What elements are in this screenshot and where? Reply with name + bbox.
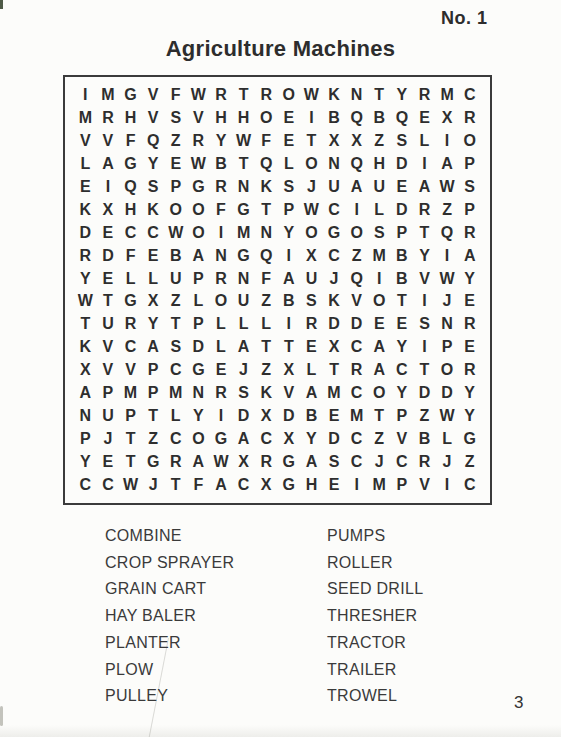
grid-cell: Q — [391, 107, 414, 130]
grid-cell: M — [368, 244, 391, 267]
grid-cell: Q — [255, 244, 278, 267]
grid-cell: T — [164, 313, 187, 336]
grid-cell: G — [277, 473, 300, 496]
grid-cell: W — [436, 176, 459, 199]
letter-grid: IMGVFWRTROWKNTYRMCMRHVSVHHOEIBQBQEXRVVFQ… — [63, 75, 492, 505]
grid-cell: P — [458, 153, 481, 176]
grid-cell: G — [458, 427, 481, 450]
grid-cell: A — [413, 176, 436, 199]
grid-cell: Q — [345, 267, 368, 290]
grid-cell: L — [210, 313, 233, 336]
word-list-item: PLANTER — [105, 630, 234, 657]
grid-cell: K — [142, 198, 165, 221]
grid-cell: J — [232, 359, 255, 382]
grid-cell: G — [323, 221, 346, 244]
word-list-item: TROWEL — [327, 683, 423, 710]
grid-cell: H — [119, 198, 142, 221]
grid-cell: L — [164, 404, 187, 427]
grid-cell: S — [413, 313, 436, 336]
grid-cell: R — [300, 313, 323, 336]
grid-cell: C — [255, 427, 278, 450]
grid-cell: T — [391, 290, 414, 313]
grid-cell: O — [300, 221, 323, 244]
grid-cell: B — [391, 267, 414, 290]
grid-cell: G — [187, 176, 210, 199]
grid-cell: U — [97, 404, 120, 427]
grid-cell: D — [323, 313, 346, 336]
grid-cell: M — [97, 84, 120, 107]
grid-cell: A — [187, 244, 210, 267]
grid-cell: O — [368, 290, 391, 313]
grid-cell: I — [413, 290, 436, 313]
grid-cell: R — [164, 450, 187, 473]
grid-cell: Y — [74, 267, 97, 290]
grid-cell: Z — [458, 450, 481, 473]
grid-cell: T — [232, 84, 255, 107]
grid-cell: E — [74, 176, 97, 199]
grid-cell: F — [210, 198, 233, 221]
grid-cell: K — [323, 84, 346, 107]
grid-cell: F — [187, 473, 210, 496]
grid-cell: E — [458, 336, 481, 359]
grid-cell: R — [458, 107, 481, 130]
grid-cell: E — [142, 244, 165, 267]
grid-cell: E — [97, 221, 120, 244]
grid-cell: W — [164, 221, 187, 244]
grid-cell: C — [142, 221, 165, 244]
grid-cell: T — [255, 336, 278, 359]
grid-cell: B — [300, 404, 323, 427]
grid-cell: H — [300, 473, 323, 496]
grid-cell: R — [345, 359, 368, 382]
grid-cell: G — [232, 198, 255, 221]
grid-cell: C — [391, 450, 414, 473]
grid-cell: S — [164, 107, 187, 130]
grid-cell: X — [277, 427, 300, 450]
grid-cell: C — [345, 336, 368, 359]
grid-cell: Y — [300, 427, 323, 450]
grid-cell: V — [119, 359, 142, 382]
grid-cell: I — [210, 221, 233, 244]
grid-cell: P — [74, 427, 97, 450]
grid-cell: W — [119, 473, 142, 496]
grid-cell: X — [300, 244, 323, 267]
grid-cell: J — [142, 473, 165, 496]
grid-cell: B — [323, 107, 346, 130]
grid-cell: Q — [119, 176, 142, 199]
grid-cell: W — [187, 153, 210, 176]
grid-cell: E — [210, 359, 233, 382]
grid-cell: C — [458, 473, 481, 496]
grid-cell: D — [391, 198, 414, 221]
word-list-item: PUMPS — [327, 523, 423, 550]
grid-cell: M — [345, 404, 368, 427]
grid-cell: K — [74, 336, 97, 359]
puzzle-number-label: No. 1 — [441, 8, 491, 29]
grid-cell: Y — [74, 450, 97, 473]
grid-cell: E — [97, 267, 120, 290]
grid-cell: A — [232, 336, 255, 359]
grid-cell: Z — [413, 404, 436, 427]
grid-cell: P — [187, 267, 210, 290]
grid-cell: I — [413, 153, 436, 176]
grid-cell: R — [413, 450, 436, 473]
grid-cell: S — [164, 336, 187, 359]
grid-cell: V — [74, 130, 97, 153]
word-list-right: PUMPSROLLERSEED DRILLTHRESHERTRACTORTRAI… — [327, 523, 423, 710]
grid-cell: I — [436, 473, 459, 496]
grid-cell: C — [232, 473, 255, 496]
grid-cell: U — [323, 176, 346, 199]
grid-cell: E — [164, 153, 187, 176]
grid-cell: F — [255, 130, 278, 153]
grid-cell: W — [210, 450, 233, 473]
grid-cell: V — [142, 84, 165, 107]
grid-cell: K — [74, 198, 97, 221]
grid-cell: F — [119, 130, 142, 153]
grid-cell: C — [323, 244, 346, 267]
grid-cell: P — [97, 382, 120, 405]
grid-cell: T — [323, 359, 346, 382]
grid-cell: I — [413, 336, 436, 359]
grid-cell: A — [187, 450, 210, 473]
grid-cell: X — [255, 404, 278, 427]
grid-cell: T — [142, 404, 165, 427]
grid-cell: P — [187, 313, 210, 336]
grid-cell: V — [97, 359, 120, 382]
grid-cell: S — [368, 221, 391, 244]
grid-cell: Y — [458, 382, 481, 405]
grid-cell: U — [368, 176, 391, 199]
grid-cell: C — [97, 473, 120, 496]
grid-cell: I — [436, 244, 459, 267]
grid-cell: C — [345, 427, 368, 450]
grid-cell: I — [436, 130, 459, 153]
grid-cell: P — [142, 382, 165, 405]
grid-cell: C — [164, 427, 187, 450]
grid-cell: Y — [458, 267, 481, 290]
grid-cell: K — [255, 176, 278, 199]
grid-cell: P — [142, 359, 165, 382]
grid-cell: V — [413, 473, 436, 496]
grid-cell: L — [436, 427, 459, 450]
grid-cell: B — [391, 244, 414, 267]
grid-cell: K — [255, 382, 278, 405]
grid-cell: Y — [210, 130, 233, 153]
word-list-left: COMBINECROP SPRAYERGRAIN CARTHAY BALERPL… — [105, 523, 234, 710]
grid-cell: Y — [413, 244, 436, 267]
grid-cell: I — [345, 198, 368, 221]
grid-cell: E — [368, 313, 391, 336]
grid-cell: L — [74, 153, 97, 176]
grid-cell: G — [232, 244, 255, 267]
grid-cell: T — [277, 336, 300, 359]
grid-cell: D — [277, 404, 300, 427]
grid-cell: G — [119, 84, 142, 107]
grid-cell: V — [97, 336, 120, 359]
grid-cell: X — [232, 450, 255, 473]
grid-cell: H — [210, 107, 233, 130]
grid-cell: M — [323, 382, 346, 405]
grid-cell: V — [187, 107, 210, 130]
grid-cell: O — [255, 107, 278, 130]
grid-cell: I — [210, 404, 233, 427]
grid-cell: E — [97, 450, 120, 473]
grid-cell: R — [74, 244, 97, 267]
grid-cell: T — [74, 313, 97, 336]
grid-cell: I — [277, 244, 300, 267]
grid-cell: D — [436, 382, 459, 405]
grid-cell: D — [323, 427, 346, 450]
grid-cell: R — [187, 130, 210, 153]
page-number: 3 — [514, 693, 523, 713]
grid-cell: Y — [277, 221, 300, 244]
grid-cell: J — [436, 290, 459, 313]
grid-cell: N — [232, 176, 255, 199]
grid-cell: X — [323, 336, 346, 359]
grid-cell: F — [255, 267, 278, 290]
grid-cell: J — [436, 450, 459, 473]
word-list-item: PLOW — [105, 657, 234, 684]
grid-cell: B — [413, 427, 436, 450]
grid-cell: Y — [142, 313, 165, 336]
grid-cell: R — [210, 267, 233, 290]
grid-cell: Z — [255, 359, 278, 382]
grid-cell: L — [300, 359, 323, 382]
grid-cell: I — [368, 267, 391, 290]
grid-cell: P — [391, 404, 414, 427]
grid-cell: O — [345, 221, 368, 244]
grid-cell: D — [413, 382, 436, 405]
grid-cell: B — [277, 290, 300, 313]
grid-cell: B — [368, 107, 391, 130]
grid-cell: Z — [255, 290, 278, 313]
grid-cell: C — [119, 336, 142, 359]
grid-cell: A — [142, 336, 165, 359]
grid-cell: X — [142, 290, 165, 313]
grid-cell: Z — [142, 427, 165, 450]
grid-cell: L — [368, 198, 391, 221]
grid-cell: C — [345, 450, 368, 473]
grid-cell: O — [300, 153, 323, 176]
grid-cell: B — [210, 153, 233, 176]
grid-cell: Z — [164, 290, 187, 313]
grid-cell: O — [436, 359, 459, 382]
grid-cell: R — [255, 450, 278, 473]
grid-cell: T — [232, 153, 255, 176]
grid-cell: D — [391, 153, 414, 176]
grid-cell: Z — [436, 198, 459, 221]
grid-cell: W — [300, 84, 323, 107]
grid-cell: E — [277, 107, 300, 130]
grid-cell: X — [74, 359, 97, 382]
grid-cell: D — [97, 244, 120, 267]
grid-cell: P — [436, 336, 459, 359]
grid-cell: T — [164, 473, 187, 496]
grid-cell: P — [119, 404, 142, 427]
grid-cell: R — [413, 84, 436, 107]
grid-cell: W — [436, 267, 459, 290]
grid-cell: Y — [142, 153, 165, 176]
grid-cell: L — [277, 153, 300, 176]
grid-cell: P — [458, 198, 481, 221]
grid-cell: T — [413, 359, 436, 382]
grid-cell: Y — [391, 382, 414, 405]
grid-cell: L — [142, 267, 165, 290]
grid-cell: R — [413, 198, 436, 221]
grid-cell: V — [413, 267, 436, 290]
grid-cell: A — [368, 359, 391, 382]
word-list-item: CROP SPRAYER — [105, 550, 234, 577]
grid-cell: C — [164, 359, 187, 382]
grid-cell: X — [345, 130, 368, 153]
grid-cell: J — [97, 427, 120, 450]
grid-cell: L — [187, 290, 210, 313]
grid-cell: L — [255, 313, 278, 336]
grid-cell: E — [391, 176, 414, 199]
grid-cell: M — [368, 473, 391, 496]
grid-cell: P — [277, 198, 300, 221]
grid-cell: A — [74, 382, 97, 405]
grid-cell: T — [368, 84, 391, 107]
grid-cell: U — [97, 313, 120, 336]
scan-artifact-edge-mark — [0, 706, 3, 726]
grid-cell: C — [458, 84, 481, 107]
grid-cell: O — [187, 221, 210, 244]
grid-cell: N — [187, 382, 210, 405]
grid-cell: Y — [187, 404, 210, 427]
grid-cell: I — [74, 84, 97, 107]
grid-cell: T — [255, 198, 278, 221]
grid-cell: L — [119, 267, 142, 290]
grid-cell: R — [210, 382, 233, 405]
grid-cell: S — [142, 176, 165, 199]
grid-cell: C — [391, 359, 414, 382]
grid-cell: W — [187, 84, 210, 107]
grid-cell: I — [300, 107, 323, 130]
grid-cell: N — [345, 84, 368, 107]
grid-cell: E — [413, 107, 436, 130]
grid-cell: A — [458, 244, 481, 267]
grid-cell: M — [232, 221, 255, 244]
grid-cell: A — [436, 153, 459, 176]
grid-cell: O — [164, 198, 187, 221]
word-list-item: GRAIN CART — [105, 576, 234, 603]
grid-cell: G — [142, 450, 165, 473]
grid-cell: A — [97, 153, 120, 176]
grid-cell: X — [97, 198, 120, 221]
grid-cell: T — [97, 290, 120, 313]
word-list-item: ROLLER — [327, 550, 423, 577]
grid-cell: O — [277, 84, 300, 107]
grid-cell: E — [458, 290, 481, 313]
grid-cell: Q — [345, 107, 368, 130]
grid-cell: R — [255, 84, 278, 107]
grid-cell: Z — [368, 130, 391, 153]
word-list-item: PULLEY — [105, 683, 234, 710]
scan-shade — [0, 725, 561, 737]
grid-cell: Q — [345, 153, 368, 176]
grid-cell: R — [210, 176, 233, 199]
grid-cell: R — [119, 313, 142, 336]
grid-cell: N — [255, 221, 278, 244]
grid-cell: S — [277, 176, 300, 199]
grid-cell: L — [210, 336, 233, 359]
page-title: Agriculture Machines — [0, 36, 561, 62]
grid-cell: G — [119, 290, 142, 313]
grid-cell: C — [74, 473, 97, 496]
scan-artifact-corner-speck — [0, 0, 3, 9]
grid-cell: P — [391, 221, 414, 244]
grid-cell: N — [436, 313, 459, 336]
grid-cell: Y — [458, 404, 481, 427]
grid-cell: S — [458, 176, 481, 199]
grid-cell: A — [300, 382, 323, 405]
grid-cell: A — [210, 473, 233, 496]
grid-cell: O — [187, 427, 210, 450]
grid-cell: B — [164, 244, 187, 267]
grid-cell: X — [255, 473, 278, 496]
grid-cell: V — [277, 382, 300, 405]
grid-cell: Y — [391, 336, 414, 359]
grid-cell: U — [300, 267, 323, 290]
grid-cell: D — [345, 313, 368, 336]
grid-cell: M — [164, 382, 187, 405]
grid-cell: T — [413, 221, 436, 244]
grid-cell: U — [164, 267, 187, 290]
grid-cell: C — [345, 382, 368, 405]
grid-cell: Q — [142, 130, 165, 153]
grid-cell: I — [345, 473, 368, 496]
grid-cell: O — [458, 130, 481, 153]
grid-cell: A — [368, 336, 391, 359]
grid-cell: W — [300, 198, 323, 221]
grid-cell: M — [436, 84, 459, 107]
grid-cell: T — [300, 130, 323, 153]
grid-cell: V — [142, 107, 165, 130]
grid-cell: N — [232, 267, 255, 290]
word-list-item: TRACTOR — [327, 630, 423, 657]
grid-cell: R — [458, 313, 481, 336]
grid-cell: Z — [345, 244, 368, 267]
grid-cell: Q — [255, 153, 278, 176]
grid-cell: G — [210, 427, 233, 450]
grid-cell: Q — [436, 221, 459, 244]
word-list-item: TRAILER — [327, 657, 423, 684]
grid-cell: F — [119, 244, 142, 267]
grid-cell: L — [232, 313, 255, 336]
grid-cell: R — [458, 359, 481, 382]
grid-cell: A — [345, 176, 368, 199]
grid-cell: E — [323, 404, 346, 427]
grid-cell: O — [187, 198, 210, 221]
grid-cell: S — [323, 450, 346, 473]
grid-cell: W — [232, 130, 255, 153]
grid-cell: E — [391, 313, 414, 336]
grid-cell: V — [97, 130, 120, 153]
grid-cell: K — [323, 290, 346, 313]
grid-cell: D — [187, 336, 210, 359]
grid-cell: M — [119, 382, 142, 405]
grid-cell: X — [323, 130, 346, 153]
grid-cell: C — [323, 198, 346, 221]
grid-cell: J — [368, 450, 391, 473]
grid-cell: S — [391, 130, 414, 153]
grid-cell: R — [97, 107, 120, 130]
grid-cell: A — [300, 450, 323, 473]
grid-cell: D — [74, 221, 97, 244]
grid-cell: A — [232, 427, 255, 450]
